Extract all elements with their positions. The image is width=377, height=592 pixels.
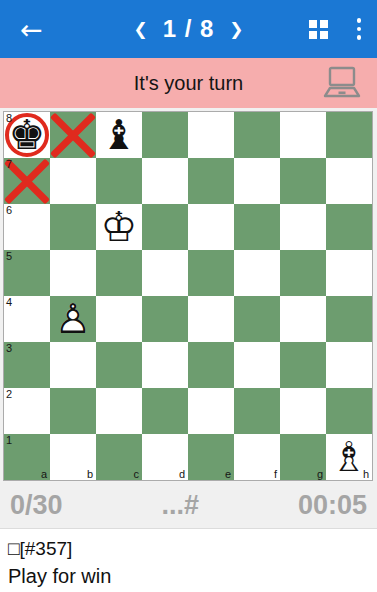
square-a7[interactable]: 7 <box>4 158 50 204</box>
computer-icon[interactable] <box>320 66 364 101</box>
turn-banner-text: It's your turn <box>134 72 243 95</box>
white-king: ♔ <box>101 207 138 248</box>
square-a2[interactable]: 2 <box>4 388 50 434</box>
square-d3[interactable] <box>142 342 188 388</box>
square-h6[interactable] <box>326 204 372 250</box>
puzzle-counter: 1 / 8 <box>163 15 215 43</box>
square-a1[interactable]: 1a <box>4 434 50 480</box>
square-h8[interactable] <box>326 112 372 158</box>
black-king: ♚ <box>9 115 46 156</box>
square-d1[interactable]: d <box>142 434 188 480</box>
file-label-e: e <box>225 468 231 480</box>
square-h5[interactable] <box>326 250 372 296</box>
square-f7[interactable] <box>234 158 280 204</box>
square-a3[interactable]: 3 <box>4 342 50 388</box>
rank-label-8: 8 <box>6 112 12 124</box>
square-c6[interactable]: ♔ <box>96 204 142 250</box>
square-a8[interactable]: 8♚ <box>4 112 50 158</box>
square-f8[interactable] <box>234 112 280 158</box>
app: ← ❮ 1 / 8 ❯ It's your turn 8♚♝76♔54♙321a… <box>0 0 377 592</box>
square-b2[interactable] <box>50 388 96 434</box>
chess-board: 8♚♝76♔54♙321abcdefgh♗ <box>3 111 373 481</box>
puzzle-goal: Play for win <box>8 565 377 588</box>
square-b6[interactable] <box>50 204 96 250</box>
square-g3[interactable] <box>280 342 326 388</box>
square-g2[interactable] <box>280 388 326 434</box>
objective-label: ...# <box>161 490 199 521</box>
square-h3[interactable] <box>326 342 372 388</box>
board-area: 8♚♝76♔54♙321abcdefgh♗ <box>0 108 377 482</box>
square-h1[interactable]: h♗ <box>326 434 372 480</box>
black-bishop: ♝ <box>101 115 138 156</box>
file-label-d: d <box>179 468 185 480</box>
square-e3[interactable] <box>188 342 234 388</box>
square-e2[interactable] <box>188 388 234 434</box>
rank-label-6: 6 <box>6 204 12 216</box>
square-f2[interactable] <box>234 388 280 434</box>
square-h2[interactable] <box>326 388 372 434</box>
file-label-f: f <box>274 468 277 480</box>
square-c1[interactable]: c <box>96 434 142 480</box>
next-puzzle-icon[interactable]: ❯ <box>229 19 243 39</box>
progress-counter: 0/30 <box>10 490 63 521</box>
square-c2[interactable] <box>96 388 142 434</box>
square-g6[interactable] <box>280 204 326 250</box>
square-h7[interactable] <box>326 158 372 204</box>
file-label-b: b <box>87 468 93 480</box>
square-c4[interactable] <box>96 296 142 342</box>
square-h4[interactable] <box>326 296 372 342</box>
square-a6[interactable]: 6 <box>4 204 50 250</box>
white-pawn: ♙ <box>55 299 92 340</box>
square-f5[interactable] <box>234 250 280 296</box>
square-d2[interactable] <box>142 388 188 434</box>
turn-banner: It's your turn <box>0 58 377 108</box>
grid-apps-icon[interactable] <box>309 20 328 39</box>
rank-label-4: 4 <box>6 296 12 308</box>
rank-label-3: 3 <box>6 342 12 354</box>
square-d7[interactable] <box>142 158 188 204</box>
file-label-c: c <box>134 468 140 480</box>
square-b7[interactable] <box>50 158 96 204</box>
square-e4[interactable] <box>188 296 234 342</box>
square-e5[interactable] <box>188 250 234 296</box>
square-e1[interactable]: e <box>188 434 234 480</box>
puzzle-navigation: ❮ 1 / 8 ❯ <box>133 0 243 58</box>
square-b1[interactable]: b <box>50 434 96 480</box>
puzzle-info: □[#357] Play for win <box>0 529 377 592</box>
square-g4[interactable] <box>280 296 326 342</box>
prev-puzzle-icon[interactable]: ❮ <box>133 19 147 39</box>
square-e6[interactable] <box>188 204 234 250</box>
rank-label-5: 5 <box>6 250 12 262</box>
overflow-menu-icon[interactable] <box>355 16 364 42</box>
puzzle-id: □[#357] <box>8 538 377 560</box>
status-bar: 0/30 ...# 00:05 <box>0 482 377 529</box>
rank-label-1: 1 <box>6 434 12 446</box>
timer: 00:05 <box>298 490 367 521</box>
square-e7[interactable] <box>188 158 234 204</box>
square-a4[interactable]: 4 <box>4 296 50 342</box>
square-g8[interactable] <box>280 112 326 158</box>
square-c3[interactable] <box>96 342 142 388</box>
square-g5[interactable] <box>280 250 326 296</box>
square-g7[interactable] <box>280 158 326 204</box>
square-f6[interactable] <box>234 204 280 250</box>
square-a5[interactable]: 5 <box>4 250 50 296</box>
square-c8[interactable]: ♝ <box>96 112 142 158</box>
square-e8[interactable] <box>188 112 234 158</box>
square-f1[interactable]: f <box>234 434 280 480</box>
square-d8[interactable] <box>142 112 188 158</box>
square-f3[interactable] <box>234 342 280 388</box>
back-icon[interactable]: ← <box>16 12 47 47</box>
cross-annotation <box>50 112 96 158</box>
white-bishop: ♗ <box>331 437 368 478</box>
square-d6[interactable] <box>142 204 188 250</box>
square-f4[interactable] <box>234 296 280 342</box>
square-b8[interactable] <box>50 112 96 158</box>
square-b5[interactable] <box>50 250 96 296</box>
file-label-a: a <box>41 468 47 480</box>
rank-label-2: 2 <box>6 388 12 400</box>
square-b3[interactable] <box>50 342 96 388</box>
top-bar-actions <box>309 0 364 58</box>
square-d4[interactable] <box>142 296 188 342</box>
file-label-h: h <box>363 468 369 480</box>
top-bar: ← ❮ 1 / 8 ❯ <box>0 0 377 58</box>
square-c7[interactable] <box>96 158 142 204</box>
square-d5[interactable] <box>142 250 188 296</box>
file-label-g: g <box>317 468 323 480</box>
square-g1[interactable]: g <box>280 434 326 480</box>
square-c5[interactable] <box>96 250 142 296</box>
rank-label-7: 7 <box>6 158 12 170</box>
square-b4[interactable]: ♙ <box>50 296 96 342</box>
